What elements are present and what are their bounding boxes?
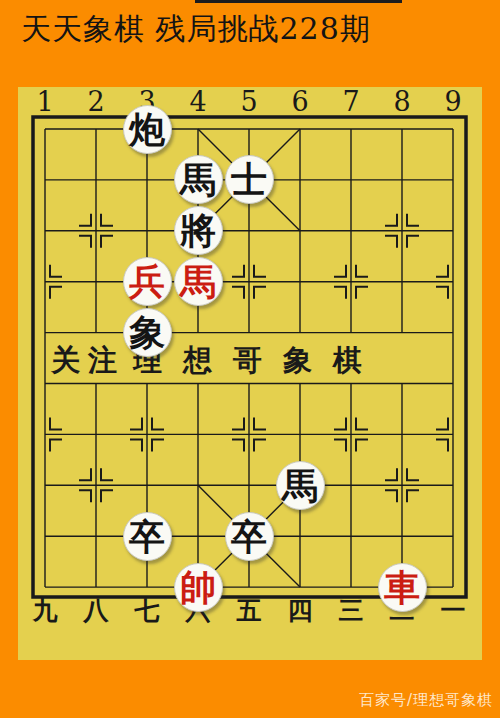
file-label-top-2: 2 xyxy=(71,88,121,116)
piece-black-horse[interactable]: 馬 xyxy=(276,461,325,510)
piece-glyph: 士 xyxy=(226,156,273,203)
piece-glyph: 馬 xyxy=(175,258,222,305)
xiangqi-board-panel: 123456789 九八七六五四三二一 关注 理想哥象棋 炮馬士將兵馬象馬卒卒帥… xyxy=(18,87,482,660)
file-label-bottom-3: 七 xyxy=(122,597,172,625)
piece-glyph: 帥 xyxy=(175,564,222,611)
piece-glyph: 炮 xyxy=(124,106,171,153)
piece-glyph: 兵 xyxy=(124,258,171,305)
piece-red-soldier[interactable]: 兵 xyxy=(123,257,172,306)
file-label-bottom-6: 四 xyxy=(275,597,325,625)
file-label-bottom-5: 五 xyxy=(224,597,274,625)
piece-black-general[interactable]: 將 xyxy=(174,206,223,255)
piece-glyph: 車 xyxy=(379,564,426,611)
file-label-bottom-2: 八 xyxy=(71,597,121,625)
file-label-top-9: 9 xyxy=(428,88,478,116)
file-label-top-8: 8 xyxy=(377,88,427,116)
piece-glyph: 馬 xyxy=(175,156,222,203)
piece-glyph: 卒 xyxy=(226,513,273,560)
watermark: 百家号/理想哥象棋 xyxy=(359,691,493,710)
river-text-left: 关注 xyxy=(51,343,125,377)
piece-red-horse[interactable]: 馬 xyxy=(174,257,223,306)
piece-black-elephant[interactable]: 象 xyxy=(123,308,172,357)
piece-black-horse[interactable]: 馬 xyxy=(174,155,223,204)
top-strip xyxy=(195,0,402,3)
piece-glyph: 象 xyxy=(124,309,171,356)
piece-glyph: 馬 xyxy=(277,462,324,509)
file-label-top-5: 5 xyxy=(224,88,274,116)
piece-black-advisor[interactable]: 士 xyxy=(225,155,274,204)
piece-glyph: 將 xyxy=(175,207,222,254)
file-label-top-6: 6 xyxy=(275,88,325,116)
file-label-bottom-9: 一 xyxy=(428,597,478,625)
river-text-right: 理想哥象棋 xyxy=(133,343,383,377)
file-label-top-4: 4 xyxy=(173,88,223,116)
piece-black-soldier[interactable]: 卒 xyxy=(225,512,274,561)
page: 天天象棋 残局挑战228期 123456789 九八七六五四三二一 关注 理想哥… xyxy=(0,0,500,718)
piece-black-soldier[interactable]: 卒 xyxy=(123,512,172,561)
file-label-top-1: 1 xyxy=(20,88,70,116)
file-label-bottom-7: 三 xyxy=(326,597,376,625)
piece-red-general[interactable]: 帥 xyxy=(174,563,223,612)
river-text: 关注 理想哥象棋 xyxy=(18,343,482,377)
page-title: 天天象棋 残局挑战228期 xyxy=(21,11,481,47)
file-label-bottom-1: 九 xyxy=(20,597,70,625)
piece-black-cannon[interactable]: 炮 xyxy=(123,105,172,154)
piece-glyph: 卒 xyxy=(124,513,171,560)
piece-red-chariot[interactable]: 車 xyxy=(378,563,427,612)
file-label-top-7: 7 xyxy=(326,88,376,116)
